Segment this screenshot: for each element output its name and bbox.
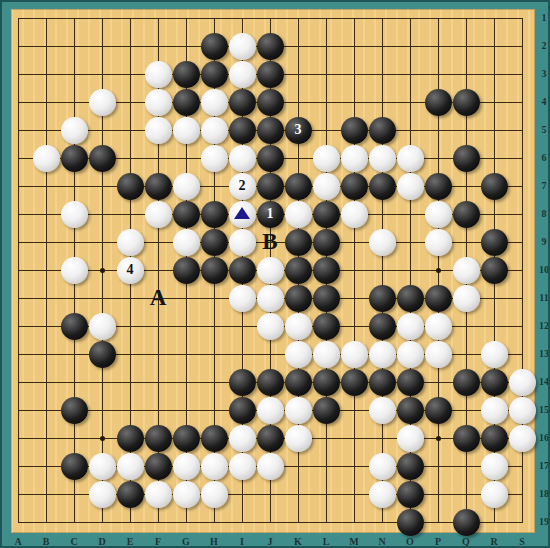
stone-black[interactable] [369,369,396,396]
stone-black[interactable] [285,173,312,200]
stone-black[interactable] [453,425,480,452]
stone-black[interactable] [145,425,172,452]
stone-white[interactable] [369,341,396,368]
stone-black[interactable] [285,257,312,284]
stone-black[interactable] [285,285,312,312]
stone-white[interactable] [257,397,284,424]
col-label: H [207,536,221,547]
stone-white[interactable] [509,425,536,452]
stone-black[interactable] [257,61,284,88]
stone-white[interactable] [201,117,228,144]
stone-white[interactable] [117,453,144,480]
stone-white[interactable] [229,285,256,312]
stone-white[interactable] [173,173,200,200]
row-label: 18 [537,488,550,499]
stone-black[interactable] [481,425,508,452]
stone-white[interactable] [481,453,508,480]
stone-white[interactable] [369,397,396,424]
stone-black[interactable] [145,173,172,200]
col-label: P [431,536,445,547]
stone-black[interactable] [173,257,200,284]
stone-black[interactable] [313,397,340,424]
stone-white[interactable] [285,341,312,368]
stone-white[interactable] [313,145,340,172]
stone-white[interactable] [229,453,256,480]
stone-white[interactable] [201,453,228,480]
letter-marker: A [150,285,167,311]
stone-black[interactable] [313,257,340,284]
stone-white[interactable] [173,453,200,480]
stone-black[interactable] [257,117,284,144]
stone-black[interactable] [229,397,256,424]
stone-black[interactable] [481,229,508,256]
stone-white[interactable] [33,145,60,172]
row-label: 13 [537,348,550,359]
stone-black[interactable] [453,89,480,116]
stone-black[interactable] [285,117,312,144]
col-label: B [39,536,53,547]
stone-white[interactable] [481,397,508,424]
row-label: 16 [537,432,550,443]
star-point [436,268,441,273]
stone-white[interactable] [229,425,256,452]
row-label: 3 [537,68,550,79]
stone-white[interactable] [145,89,172,116]
stone-white[interactable] [341,341,368,368]
stone-white[interactable] [117,229,144,256]
stone-white[interactable] [145,481,172,508]
stone-black[interactable] [397,453,424,480]
stone-white[interactable] [509,397,536,424]
stone-white[interactable] [341,145,368,172]
stone-black[interactable] [61,453,88,480]
stone-black[interactable] [397,285,424,312]
stone-white[interactable] [397,145,424,172]
row-label: 11 [537,292,550,303]
stone-black[interactable] [313,229,340,256]
stone-white[interactable] [285,201,312,228]
stone-white[interactable] [425,229,452,256]
star-point [100,436,105,441]
col-label: S [515,536,529,547]
stone-white[interactable] [285,313,312,340]
row-label: 12 [537,320,550,331]
col-label: D [95,536,109,547]
stone-black[interactable] [201,201,228,228]
stone-white[interactable] [369,229,396,256]
stone-black[interactable] [313,201,340,228]
stone-black[interactable] [453,201,480,228]
stone-white[interactable] [145,117,172,144]
stone-black[interactable] [229,369,256,396]
stone-black[interactable] [481,369,508,396]
stone-white[interactable] [257,257,284,284]
stone-white[interactable] [285,425,312,452]
col-label: Q [459,536,473,547]
stone-white[interactable] [229,145,256,172]
stone-black[interactable] [117,481,144,508]
stone-white[interactable] [481,341,508,368]
row-label: 14 [537,376,550,387]
stone-black[interactable] [201,229,228,256]
stone-black[interactable] [257,145,284,172]
stone-black[interactable] [173,89,200,116]
stone-white[interactable] [425,313,452,340]
stone-black[interactable] [173,61,200,88]
stone-white[interactable] [257,285,284,312]
row-label: 15 [537,404,550,415]
stone-white[interactable] [313,341,340,368]
col-label: N [375,536,389,547]
col-label: O [403,536,417,547]
stone-black[interactable] [173,425,200,452]
stone-white[interactable] [257,453,284,480]
stone-black[interactable] [145,453,172,480]
row-label: 19 [537,516,550,527]
go-app-window: 1234ABABCDEFGHIJKLMNOPQRS123456789101112… [0,0,550,548]
stone-black[interactable] [117,173,144,200]
stone-white[interactable] [397,173,424,200]
stone-black[interactable] [313,313,340,340]
stone-white[interactable] [481,481,508,508]
stone-black[interactable] [313,285,340,312]
stone-black[interactable] [285,229,312,256]
stone-black[interactable] [201,257,228,284]
stone-black[interactable] [453,369,480,396]
stone-black[interactable] [61,145,88,172]
stone-black[interactable] [453,509,480,536]
stone-white[interactable] [425,341,452,368]
stone-white[interactable] [61,201,88,228]
stone-black[interactable] [313,369,340,396]
stone-white[interactable] [453,285,480,312]
col-label: I [235,536,249,547]
stone-black[interactable] [257,33,284,60]
stone-black[interactable] [257,369,284,396]
stone-white[interactable] [229,61,256,88]
stone-white[interactable] [89,313,116,340]
col-label: G [179,536,193,547]
stone-black[interactable] [369,117,396,144]
stone-white[interactable] [369,453,396,480]
star-point [436,436,441,441]
stone-black[interactable] [89,341,116,368]
stone-black[interactable] [61,397,88,424]
stone-white[interactable] [145,201,172,228]
stone-black[interactable] [369,313,396,340]
row-label: 7 [537,180,550,191]
stone-white[interactable] [89,453,116,480]
star-point [100,268,105,273]
col-label: K [291,536,305,547]
stone-black[interactable] [369,285,396,312]
stone-black[interactable] [89,145,116,172]
stone-black[interactable] [341,173,368,200]
stone-white[interactable] [173,229,200,256]
stone-white[interactable] [453,257,480,284]
stone-white[interactable] [173,481,200,508]
stone-white[interactable] [285,397,312,424]
stone-white[interactable] [201,481,228,508]
row-label: 4 [537,96,550,107]
stone-black[interactable] [257,89,284,116]
row-label: 1 [537,12,550,23]
stone-white[interactable] [89,89,116,116]
stone-white[interactable] [201,89,228,116]
col-label: A [11,536,25,547]
triangle-marker [234,207,250,219]
stone-white[interactable] [145,61,172,88]
stone-white[interactable] [89,481,116,508]
stone-black[interactable] [117,425,144,452]
stone-white[interactable] [397,341,424,368]
stone-black[interactable] [285,369,312,396]
stone-black[interactable] [397,509,424,536]
row-label: 5 [537,124,550,135]
grid-line-horizontal [18,18,523,19]
stone-white[interactable] [397,425,424,452]
stone-white[interactable] [61,257,88,284]
stone-black[interactable] [481,257,508,284]
col-label: E [123,536,137,547]
stone-white[interactable] [397,313,424,340]
row-label: 17 [537,460,550,471]
stone-black[interactable] [257,173,284,200]
stone-black[interactable] [201,425,228,452]
stone-white[interactable] [173,117,200,144]
stone-white[interactable] [229,229,256,256]
stone-white[interactable] [369,481,396,508]
row-label: 6 [537,152,550,163]
letter-marker: B [262,229,277,255]
col-label: J [263,536,277,547]
stone-black[interactable] [173,201,200,228]
stone-black[interactable] [201,33,228,60]
stone-black[interactable] [397,397,424,424]
stone-white[interactable] [369,145,396,172]
stone-black[interactable] [229,257,256,284]
stone-white[interactable] [117,257,144,284]
stone-white[interactable] [509,369,536,396]
stone-black[interactable] [425,89,452,116]
row-label: 8 [537,208,550,219]
stone-black[interactable] [369,173,396,200]
stone-black[interactable] [257,425,284,452]
stone-black[interactable] [229,117,256,144]
stone-black[interactable] [61,313,88,340]
stone-black[interactable] [453,145,480,172]
stone-black[interactable] [397,481,424,508]
stone-white[interactable] [229,173,256,200]
col-label: F [151,536,165,547]
stone-black[interactable] [397,369,424,396]
stone-white[interactable] [313,173,340,200]
stone-white[interactable] [257,313,284,340]
stone-white[interactable] [341,201,368,228]
row-label: 9 [537,236,550,247]
row-label: 2 [537,40,550,51]
stone-black[interactable] [425,285,452,312]
row-label: 10 [537,264,550,275]
stone-black[interactable] [257,201,284,228]
stone-black[interactable] [201,61,228,88]
stone-white[interactable] [229,33,256,60]
col-label: R [487,536,501,547]
stone-black[interactable] [481,173,508,200]
stone-white[interactable] [425,201,452,228]
stone-white[interactable] [61,117,88,144]
col-label: C [67,536,81,547]
col-label: L [319,536,333,547]
col-label: M [347,536,361,547]
stone-black[interactable] [341,369,368,396]
stone-black[interactable] [341,117,368,144]
grid-line-horizontal [18,522,523,523]
stone-black[interactable] [425,397,452,424]
stone-white[interactable] [201,145,228,172]
stone-black[interactable] [229,89,256,116]
stone-black[interactable] [425,173,452,200]
